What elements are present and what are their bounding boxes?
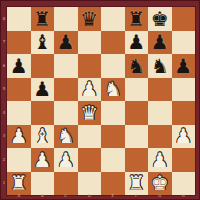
square-d3[interactable] [78, 125, 102, 149]
square-f2[interactable] [125, 148, 149, 172]
square-d8[interactable]: ♛ [78, 7, 102, 31]
square-d6[interactable] [78, 54, 102, 78]
file-label-g: G [148, 193, 172, 199]
square-e4[interactable] [101, 101, 125, 125]
square-f6[interactable]: ♞ [125, 54, 149, 78]
square-c5[interactable] [54, 78, 78, 102]
square-c1[interactable] [54, 172, 78, 196]
white-queen-d4[interactable]: ♛ [80, 102, 98, 122]
white-pawn-d5[interactable]: ♟ [80, 79, 98, 99]
white-pawn-c2[interactable]: ♟ [57, 149, 75, 169]
file-label-a: A [7, 193, 31, 199]
square-f5[interactable] [125, 78, 149, 102]
square-b4[interactable] [31, 101, 55, 125]
square-g5[interactable] [148, 78, 172, 102]
square-g8[interactable]: ♚ [148, 7, 172, 31]
square-c7[interactable]: ♟ [54, 31, 78, 55]
file-label-e: E [101, 193, 125, 199]
square-a2[interactable] [7, 148, 31, 172]
square-f8[interactable]: ♜ [125, 7, 149, 31]
square-g7[interactable]: ♟ [148, 31, 172, 55]
square-d7[interactable] [78, 31, 102, 55]
square-a7[interactable] [7, 31, 31, 55]
square-h7[interactable] [172, 31, 196, 55]
white-bishop-b3[interactable]: ♝ [33, 126, 51, 146]
white-rook-a1[interactable]: ♜ [10, 173, 28, 193]
white-pawn-g2[interactable]: ♟ [151, 149, 169, 169]
white-pawn-b2[interactable]: ♟ [33, 149, 51, 169]
square-d1[interactable] [78, 172, 102, 196]
square-e5[interactable]: ♞ [101, 78, 125, 102]
square-g2[interactable]: ♟ [148, 148, 172, 172]
square-b8[interactable]: ♜ [31, 7, 55, 31]
square-b5[interactable]: ♟ [31, 78, 55, 102]
black-pawn-f7[interactable]: ♟ [127, 32, 145, 52]
square-a4[interactable] [7, 101, 31, 125]
white-king-g1[interactable]: ♚ [151, 173, 169, 193]
black-king-g8[interactable]: ♚ [151, 8, 169, 28]
file-label-f: F [125, 193, 149, 199]
square-f3[interactable] [125, 125, 149, 149]
square-b6[interactable] [31, 54, 55, 78]
black-pawn-c7[interactable]: ♟ [57, 32, 75, 52]
square-h2[interactable] [172, 148, 196, 172]
file-labels: ABCDEFGH [7, 193, 195, 199]
file-label-d: D [78, 193, 102, 199]
black-knight-g6[interactable]: ♞ [151, 55, 169, 75]
square-h6[interactable]: ♟ [172, 54, 196, 78]
white-pawn-h3[interactable]: ♟ [174, 126, 192, 146]
square-b3[interactable]: ♝ [31, 125, 55, 149]
square-a5[interactable] [7, 78, 31, 102]
square-h8[interactable] [172, 7, 196, 31]
square-e7[interactable] [101, 31, 125, 55]
square-h4[interactable] [172, 101, 196, 125]
white-knight-e5[interactable]: ♞ [104, 79, 122, 99]
square-g1[interactable]: ♚ [148, 172, 172, 196]
square-d2[interactable] [78, 148, 102, 172]
white-knight-c3[interactable]: ♞ [57, 126, 75, 146]
square-a3[interactable]: ♟ [7, 125, 31, 149]
square-c3[interactable]: ♞ [54, 125, 78, 149]
black-rook-f8[interactable]: ♜ [127, 8, 145, 28]
white-rook-f1[interactable]: ♜ [127, 173, 145, 193]
square-g6[interactable]: ♞ [148, 54, 172, 78]
chessboard-frame: 87654321 ♜♛♜♚♝♟♟♟♟♞♞♟♟♟♞♛♟♝♞♟♟♟♟♜♜♚ ABCD… [0, 0, 200, 200]
square-f7[interactable]: ♟ [125, 31, 149, 55]
square-a1[interactable]: ♜ [7, 172, 31, 196]
black-pawn-b5[interactable]: ♟ [33, 79, 51, 99]
black-pawn-g7[interactable]: ♟ [151, 32, 169, 52]
square-e8[interactable] [101, 7, 125, 31]
black-bishop-b7[interactable]: ♝ [33, 32, 51, 52]
square-e2[interactable] [101, 148, 125, 172]
square-e6[interactable] [101, 54, 125, 78]
square-c8[interactable] [54, 7, 78, 31]
square-c4[interactable] [54, 101, 78, 125]
square-e3[interactable] [101, 125, 125, 149]
square-d4[interactable]: ♛ [78, 101, 102, 125]
square-b7[interactable]: ♝ [31, 31, 55, 55]
square-h1[interactable] [172, 172, 196, 196]
square-c2[interactable]: ♟ [54, 148, 78, 172]
square-c6[interactable] [54, 54, 78, 78]
square-b2[interactable]: ♟ [31, 148, 55, 172]
file-label-h: H [172, 193, 196, 199]
square-a6[interactable]: ♟ [7, 54, 31, 78]
black-rook-b8[interactable]: ♜ [33, 8, 51, 28]
black-queen-d8[interactable]: ♛ [80, 8, 98, 28]
file-label-c: C [54, 193, 78, 199]
square-b1[interactable] [31, 172, 55, 196]
square-f4[interactable] [125, 101, 149, 125]
square-g4[interactable] [148, 101, 172, 125]
square-h3[interactable]: ♟ [172, 125, 196, 149]
chessboard: ♜♛♜♚♝♟♟♟♟♞♞♟♟♟♞♛♟♝♞♟♟♟♟♜♜♚ [7, 7, 195, 195]
file-label-b: B [31, 193, 55, 199]
square-d5[interactable]: ♟ [78, 78, 102, 102]
square-e1[interactable] [101, 172, 125, 196]
square-g3[interactable] [148, 125, 172, 149]
white-pawn-a3[interactable]: ♟ [10, 126, 28, 146]
square-h5[interactable] [172, 78, 196, 102]
square-a8[interactable] [7, 7, 31, 31]
square-f1[interactable]: ♜ [125, 172, 149, 196]
black-pawn-a6[interactable]: ♟ [10, 55, 28, 75]
black-pawn-h6[interactable]: ♟ [174, 55, 192, 75]
black-knight-f6[interactable]: ♞ [127, 55, 145, 75]
